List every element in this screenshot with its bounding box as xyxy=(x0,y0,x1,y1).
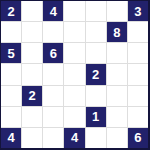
cell-r2c3[interactable] xyxy=(43,22,63,42)
cell-r7c7[interactable]: 6 xyxy=(128,128,148,148)
cell-r4c2[interactable] xyxy=(22,64,42,84)
cell-r3c2[interactable] xyxy=(22,43,42,63)
cell-r3c6[interactable] xyxy=(107,43,127,63)
cell-r3c4[interactable] xyxy=(64,43,84,63)
cell-r7c2[interactable] xyxy=(22,128,42,148)
cell-r7c6[interactable] xyxy=(107,128,127,148)
cell-r1c5[interactable] xyxy=(86,1,106,21)
cell-r1c4[interactable] xyxy=(64,1,84,21)
cell-r1c6[interactable] xyxy=(107,1,127,21)
cell-r3c5[interactable] xyxy=(86,43,106,63)
cell-r6c4[interactable] xyxy=(64,107,84,127)
cell-r4c7[interactable] xyxy=(128,64,148,84)
cell-r6c6[interactable] xyxy=(107,107,127,127)
cell-r5c4[interactable] xyxy=(64,86,84,106)
cell-r3c3[interactable]: 6 xyxy=(43,43,63,63)
cell-r2c1[interactable] xyxy=(1,22,21,42)
cell-r5c1[interactable] xyxy=(1,86,21,106)
cell-r6c7[interactable] xyxy=(128,107,148,127)
cell-r2c6[interactable]: 8 xyxy=(107,22,127,42)
cell-r4c4[interactable] xyxy=(64,64,84,84)
cell-r7c1[interactable]: 4 xyxy=(1,128,21,148)
cell-r2c7[interactable] xyxy=(128,22,148,42)
cell-r5c2[interactable]: 2 xyxy=(22,86,42,106)
cell-r1c7[interactable]: 3 xyxy=(128,1,148,21)
cell-r7c3[interactable] xyxy=(43,128,63,148)
cell-r1c2[interactable] xyxy=(22,1,42,21)
cell-r2c4[interactable] xyxy=(64,22,84,42)
cell-r6c1[interactable] xyxy=(1,107,21,127)
sudoku-board: 243856221446 xyxy=(0,0,150,150)
cell-r1c1[interactable]: 2 xyxy=(1,1,21,21)
cell-r7c4[interactable]: 4 xyxy=(64,128,84,148)
cell-r5c3[interactable] xyxy=(43,86,63,106)
cell-r5c6[interactable] xyxy=(107,86,127,106)
cell-r3c7[interactable] xyxy=(128,43,148,63)
cell-r6c5[interactable]: 1 xyxy=(86,107,106,127)
cell-r2c2[interactable] xyxy=(22,22,42,42)
cell-r1c3[interactable]: 4 xyxy=(43,1,63,21)
cell-r4c3[interactable] xyxy=(43,64,63,84)
cell-r2c5[interactable] xyxy=(86,22,106,42)
cell-r7c5[interactable] xyxy=(86,128,106,148)
cell-r4c1[interactable] xyxy=(1,64,21,84)
cell-r3c1[interactable]: 5 xyxy=(1,43,21,63)
cell-r5c7[interactable] xyxy=(128,86,148,106)
cell-r4c6[interactable] xyxy=(107,64,127,84)
cell-r4c5[interactable]: 2 xyxy=(86,64,106,84)
cell-r6c2[interactable] xyxy=(22,107,42,127)
cell-r6c3[interactable] xyxy=(43,107,63,127)
cell-r5c5[interactable] xyxy=(86,86,106,106)
